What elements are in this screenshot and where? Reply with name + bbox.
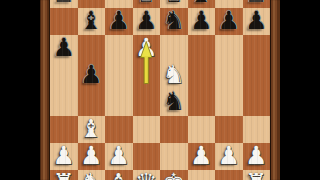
piece-white-queen[interactable]: ♛ (135, 169, 157, 180)
square-b2[interactable]: ♟ (78, 143, 106, 170)
piece-black-bishop[interactable]: ♝ (80, 7, 102, 34)
square-b6[interactable] (78, 35, 106, 62)
piece-black-pawn[interactable]: ♟ (245, 7, 267, 34)
square-d4[interactable] (133, 89, 161, 116)
square-f1[interactable] (188, 170, 216, 180)
square-h7[interactable]: ♟ (243, 8, 271, 35)
piece-white-pawn[interactable]: ♟ (190, 142, 212, 169)
square-g3[interactable] (215, 116, 243, 143)
piece-white-knight[interactable]: ♞ (80, 169, 102, 180)
square-h6[interactable] (243, 35, 271, 62)
square-g4[interactable] (215, 89, 243, 116)
square-d5[interactable] (133, 62, 161, 89)
square-g7[interactable]: ♟ (215, 8, 243, 35)
square-f5[interactable] (188, 62, 216, 89)
square-a3[interactable] (50, 116, 78, 143)
piece-white-rook[interactable]: ♜ (245, 169, 267, 180)
square-c5[interactable] (105, 62, 133, 89)
square-a2[interactable]: ♟ (50, 143, 78, 170)
square-f3[interactable] (188, 116, 216, 143)
square-f4[interactable] (188, 89, 216, 116)
square-c2[interactable]: ♟ (105, 143, 133, 170)
piece-white-knight[interactable]: ♞ (163, 61, 185, 88)
square-a5[interactable] (50, 62, 78, 89)
square-e7[interactable]: ♞ (160, 8, 188, 35)
square-a8[interactable]: ♜ (50, 0, 78, 8)
piece-white-pawn[interactable]: ♟ (245, 142, 267, 169)
piece-white-king[interactable]: ♚ (163, 169, 185, 180)
square-a4[interactable] (50, 89, 78, 116)
piece-white-bishop[interactable]: ♝ (80, 115, 102, 142)
square-d3[interactable] (133, 116, 161, 143)
piece-black-knight[interactable]: ♞ (163, 7, 185, 34)
square-f2[interactable]: ♟ (188, 143, 216, 170)
piece-black-pawn[interactable]: ♟ (190, 7, 212, 34)
square-c3[interactable] (105, 116, 133, 143)
piece-black-pawn[interactable]: ♟ (108, 7, 130, 34)
square-a6[interactable]: ♟ (50, 35, 78, 62)
square-g5[interactable] (215, 62, 243, 89)
piece-white-pawn[interactable]: ♟ (218, 142, 240, 169)
square-c1[interactable]: ♝ (105, 170, 133, 180)
square-b1[interactable]: ♞ (78, 170, 106, 180)
square-b4[interactable] (78, 89, 106, 116)
square-b5[interactable]: ♟ (78, 62, 106, 89)
piece-black-pawn[interactable]: ♟ (135, 7, 157, 34)
square-c4[interactable] (105, 89, 133, 116)
square-g6[interactable] (215, 35, 243, 62)
piece-black-pawn[interactable]: ♟ (53, 34, 75, 61)
square-d1[interactable]: ♛ (133, 170, 161, 180)
square-d6[interactable]: ♟ (133, 35, 161, 62)
piece-white-pawn[interactable]: ♟ (53, 142, 75, 169)
piece-white-bishop[interactable]: ♝ (108, 169, 130, 180)
square-h4[interactable] (243, 89, 271, 116)
square-f6[interactable] (188, 35, 216, 62)
square-g2[interactable]: ♟ (215, 143, 243, 170)
piece-white-pawn[interactable]: ♟ (135, 34, 157, 61)
board-frame-left (40, 0, 50, 180)
square-e1[interactable]: ♚ (160, 170, 188, 180)
square-e3[interactable] (160, 116, 188, 143)
piece-white-pawn[interactable]: ♟ (80, 142, 102, 169)
piece-black-rook[interactable]: ♜ (53, 0, 75, 7)
square-h2[interactable]: ♟ (243, 143, 271, 170)
square-h1[interactable]: ♜ (243, 170, 271, 180)
square-h5[interactable] (243, 62, 271, 89)
square-e5[interactable]: ♞ (160, 62, 188, 89)
piece-white-pawn[interactable]: ♟ (108, 142, 130, 169)
square-g1[interactable] (215, 170, 243, 180)
video-frame: ♜♛♚♝♜♝♟♟♞♟♟♟♟♟♟♞♞♝♟♟♟♟♟♟♜♞♝♛♚♜ (0, 0, 320, 180)
square-e2[interactable] (160, 143, 188, 170)
chess-board: ♜♛♚♝♜♝♟♟♞♟♟♟♟♟♟♞♞♝♟♟♟♟♟♟♜♞♝♛♚♜ (50, 0, 270, 180)
piece-black-pawn[interactable]: ♟ (80, 61, 102, 88)
square-a7[interactable] (50, 8, 78, 35)
piece-black-pawn[interactable]: ♟ (218, 7, 240, 34)
square-e4[interactable]: ♞ (160, 89, 188, 116)
square-f7[interactable]: ♟ (188, 8, 216, 35)
square-d2[interactable] (133, 143, 161, 170)
square-b7[interactable]: ♝ (78, 8, 106, 35)
square-c6[interactable] (105, 35, 133, 62)
square-d7[interactable]: ♟ (133, 8, 161, 35)
square-a1[interactable]: ♜ (50, 170, 78, 180)
board-frame-right (270, 0, 280, 180)
piece-black-knight[interactable]: ♞ (163, 88, 185, 115)
square-c7[interactable]: ♟ (105, 8, 133, 35)
square-e6[interactable] (160, 35, 188, 62)
square-h3[interactable] (243, 116, 271, 143)
board-area: ♜♛♚♝♜♝♟♟♞♟♟♟♟♟♟♞♞♝♟♟♟♟♟♟♜♞♝♛♚♜ (40, 0, 280, 180)
piece-white-rook[interactable]: ♜ (53, 169, 75, 180)
square-b3[interactable]: ♝ (78, 116, 106, 143)
